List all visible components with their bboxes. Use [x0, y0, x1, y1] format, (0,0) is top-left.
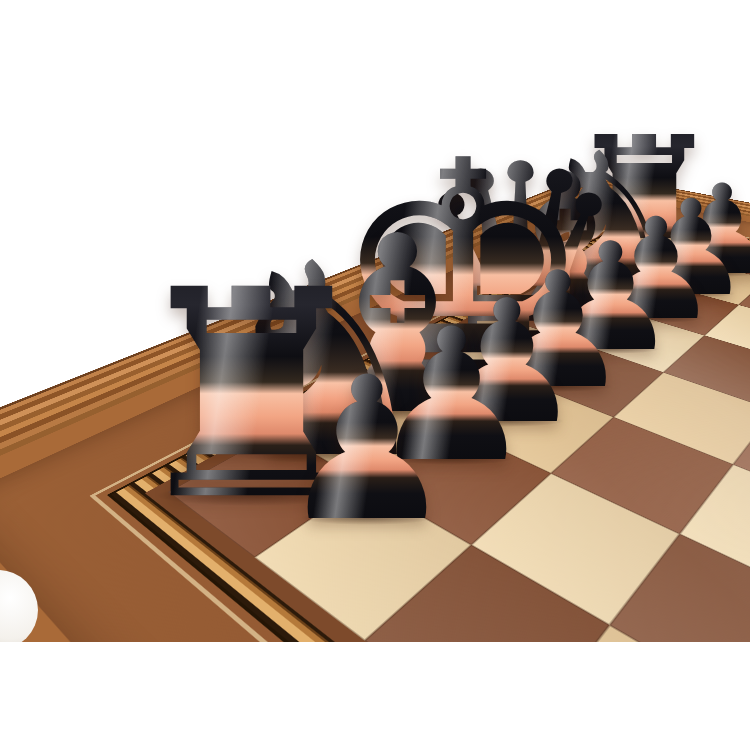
product-photo-stage: ♜ ♞ ♝ ♚ ♛ ♝ ♞ ♜ ♟ ♟ ♟ ♟ ♟ ♟ ♟ ♟ [0, 0, 750, 750]
background-mask [0, 642, 750, 750]
piece-black-pawn-h7[interactable]: ♟ [268, 351, 466, 549]
pawn-glyph: ♟ [268, 351, 466, 549]
